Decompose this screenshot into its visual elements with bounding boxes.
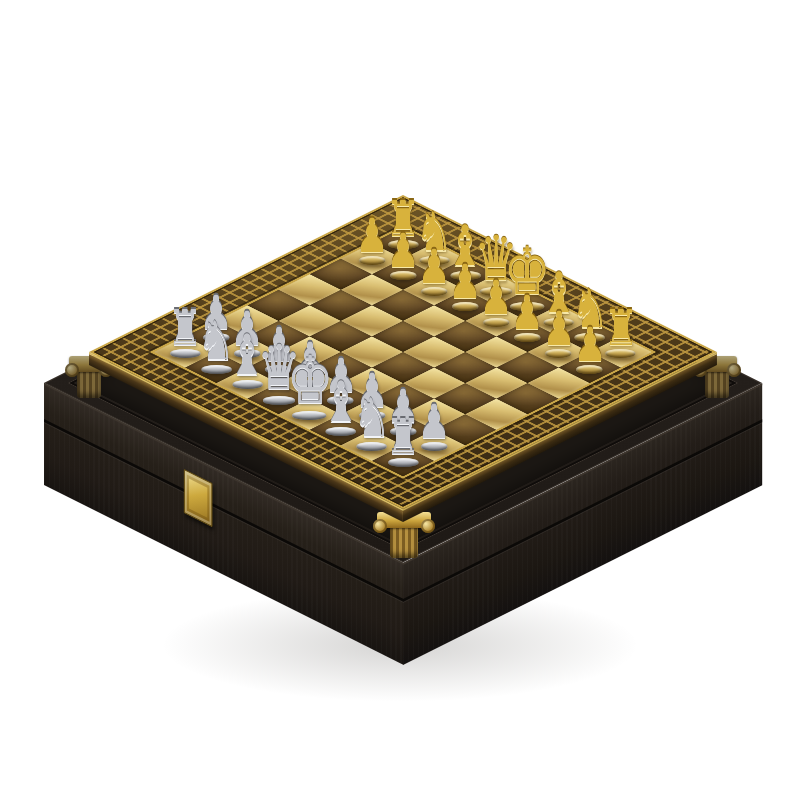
pawn-glyph: ♟ (573, 320, 606, 367)
product-photo-stage: ♜♞♝♛♚♝♞♜♟♟♟♟♟♟♟♟♟♟♟♟♟♟♟♟♜♞♝♛♚♝♞♜ (0, 0, 800, 800)
column-shaft-icon (390, 528, 418, 558)
piece-gold-pawn-h2[interactable]: ♟ (570, 324, 609, 374)
piece-silver-rook-h8[interactable]: ♜ (382, 415, 423, 467)
column-shaft-icon (705, 372, 729, 398)
rook-glyph: ♜ (386, 412, 421, 461)
column-shaft-icon (77, 372, 101, 398)
